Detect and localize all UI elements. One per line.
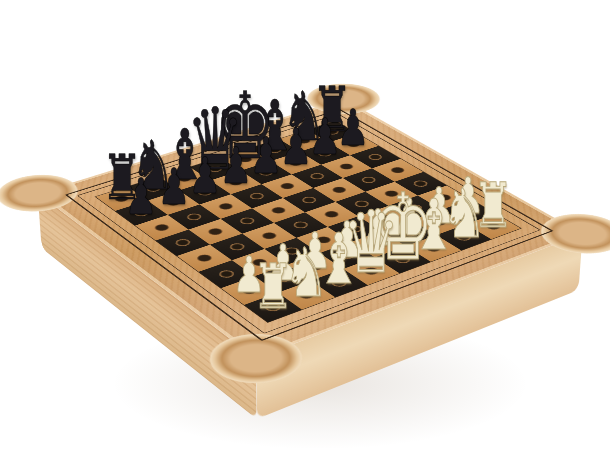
product-photo-stage: ♜♞♝♛♚♝♞♜♟♟♟♟♟♟♟♟♟♟♟♟♟♟♟♟♜♞♝♛♚♝♞♜	[0, 0, 610, 460]
wooden-board-plate	[38, 99, 583, 358]
